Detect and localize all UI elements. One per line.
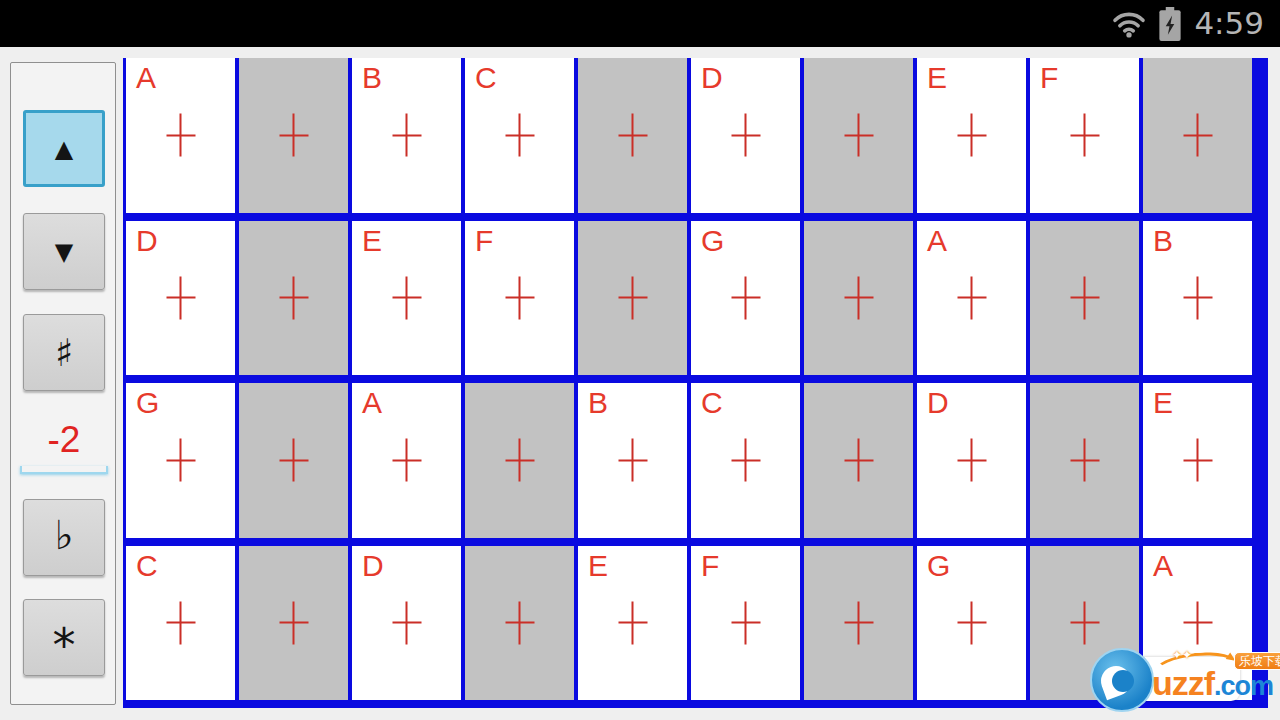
transpose-value: -2 xyxy=(19,418,109,462)
status-bar: 4:59 xyxy=(0,0,1280,47)
board-cell-r1c3-B[interactable]: B xyxy=(352,58,461,213)
board-cell-r3c3-A[interactable]: A xyxy=(352,383,461,538)
crosshair-marker xyxy=(1183,276,1212,319)
crosshair-marker xyxy=(731,114,760,157)
board-cell-r2c5-Fs[interactable] xyxy=(578,221,687,376)
note-label: A xyxy=(136,62,156,94)
crosshair-marker xyxy=(505,114,534,157)
board-cell-r3c4-As[interactable] xyxy=(465,383,574,538)
board-cell-r2c9-As[interactable] xyxy=(1030,221,1139,376)
watermark-badge: 乐坡下载 xyxy=(1234,652,1280,670)
board-cell-r2c2-Ds[interactable] xyxy=(239,221,348,376)
board-cell-r3c5-B[interactable]: B xyxy=(578,383,687,538)
asterisk-icon: * xyxy=(53,618,76,672)
board-cell-r4c5-E[interactable]: E xyxy=(578,546,687,701)
flat-button[interactable]: ♭ xyxy=(23,499,105,576)
board-cell-r1c8-E[interactable]: E xyxy=(917,58,1026,213)
crosshair-marker xyxy=(279,114,308,157)
crosshair-marker xyxy=(1183,601,1212,644)
board-cell-r2c10-B[interactable]: B xyxy=(1143,221,1252,376)
note-label: E xyxy=(362,225,382,257)
crosshair-marker xyxy=(731,601,760,644)
note-label: G xyxy=(927,550,950,582)
crosshair-marker xyxy=(166,601,195,644)
crosshair-marker xyxy=(505,276,534,319)
crosshair-marker xyxy=(505,439,534,482)
board-cell-r4c1-C[interactable]: C xyxy=(126,546,235,701)
crosshair-marker xyxy=(844,439,873,482)
board-cell-r2c1-D[interactable]: D xyxy=(126,221,235,376)
crosshair-marker xyxy=(844,601,873,644)
crosshair-marker xyxy=(731,439,760,482)
watermark-domain-suffix: .com xyxy=(1214,671,1273,701)
crosshair-marker xyxy=(279,601,308,644)
board-cell-r3c6-C[interactable]: C xyxy=(691,383,800,538)
note-label: G xyxy=(701,225,724,257)
note-label: E xyxy=(927,62,947,94)
board-cell-r3c1-G[interactable]: G xyxy=(126,383,235,538)
note-label: F xyxy=(1040,62,1058,94)
board-cell-r4c6-F[interactable]: F xyxy=(691,546,800,701)
crosshair-marker xyxy=(1070,114,1099,157)
board: ABCDEFDEFGABGABCDECDEFGA xyxy=(123,58,1268,708)
transpose-value-field[interactable]: -2 xyxy=(19,418,109,474)
edittext-underline xyxy=(20,466,108,474)
board-cell-r1c4-C[interactable]: C xyxy=(465,58,574,213)
board-cell-r3c7-Cs[interactable] xyxy=(804,383,913,538)
board-cell-r1c6-D[interactable]: D xyxy=(691,58,800,213)
board-cell-r1c2-As[interactable] xyxy=(239,58,348,213)
board-cell-r2c4-F[interactable]: F xyxy=(465,221,574,376)
board-cell-r1c1-A[interactable]: A xyxy=(126,58,235,213)
board-cell-r2c8-A[interactable]: A xyxy=(917,221,1026,376)
crosshair-marker xyxy=(731,276,760,319)
note-label: E xyxy=(1153,387,1173,419)
board-cell-r1c5-Cs[interactable] xyxy=(578,58,687,213)
crosshair-marker xyxy=(618,276,647,319)
note-label: C xyxy=(701,387,723,419)
down-arrow-icon: ▼ xyxy=(55,238,73,266)
crosshair-marker xyxy=(392,601,421,644)
crosshair-marker xyxy=(957,114,986,157)
note-label: A xyxy=(1153,550,1173,582)
note-label: D xyxy=(701,62,723,94)
crosshair-marker xyxy=(279,276,308,319)
crosshair-marker xyxy=(844,276,873,319)
board-cell-r3c2-Gs[interactable] xyxy=(239,383,348,538)
board-cell-r3c10-E[interactable]: E xyxy=(1143,383,1252,538)
crosshair-marker xyxy=(618,114,647,157)
note-label: B xyxy=(362,62,382,94)
board-cell-r4c8-G[interactable]: G xyxy=(917,546,1026,701)
board-cell-r4c7-Fs[interactable] xyxy=(804,546,913,701)
note-label: D xyxy=(927,387,949,419)
note-label: F xyxy=(701,550,719,582)
crosshair-marker xyxy=(1183,439,1212,482)
note-label: C xyxy=(475,62,497,94)
crosshair-marker xyxy=(392,114,421,157)
crosshair-marker xyxy=(392,276,421,319)
crosshair-marker xyxy=(1070,439,1099,482)
crosshair-marker xyxy=(392,439,421,482)
flat-icon: ♭ xyxy=(55,512,74,558)
board-cell-r4c3-D[interactable]: D xyxy=(352,546,461,701)
crosshair-marker xyxy=(1070,601,1099,644)
crosshair-marker xyxy=(1183,114,1212,157)
crosshair-marker xyxy=(166,114,195,157)
board-cell-r2c7-Gs[interactable] xyxy=(804,221,913,376)
uzzf-watermark: uzzf.com ✦✦ 乐坡下载 xyxy=(1094,652,1280,708)
crosshair-marker xyxy=(844,114,873,157)
crosshair-marker xyxy=(279,439,308,482)
sparkle-icon: ✦✦ xyxy=(1172,648,1192,662)
uzzf-logo-icon xyxy=(1090,648,1154,712)
crosshair-marker xyxy=(957,439,986,482)
board-cell-r4c4-Ds[interactable] xyxy=(465,546,574,701)
crosshair-marker xyxy=(1070,276,1099,319)
note-label: B xyxy=(1153,225,1173,257)
note-label: D xyxy=(136,225,158,257)
board-cell-r1c10-Fs[interactable] xyxy=(1143,58,1252,213)
note-label: A xyxy=(927,225,947,257)
board-cell-r2c6-G[interactable]: G xyxy=(691,221,800,376)
board-cell-r3c9-Ds[interactable] xyxy=(1030,383,1139,538)
battery-charging-icon xyxy=(1158,7,1182,41)
watermark-site-name: uzzf xyxy=(1152,664,1214,702)
crosshair-marker xyxy=(166,276,195,319)
crosshair-marker xyxy=(618,439,647,482)
sharp-button[interactable]: ♯ xyxy=(23,314,105,391)
note-label: C xyxy=(136,550,158,582)
note-label: D xyxy=(362,550,384,582)
crosshair-marker xyxy=(957,601,986,644)
up-arrow-icon: ▲ xyxy=(55,135,73,163)
crosshair-marker xyxy=(505,601,534,644)
octave-down-button[interactable]: ▼ xyxy=(23,213,105,290)
wifi-icon xyxy=(1112,10,1146,38)
crosshair-marker xyxy=(618,601,647,644)
board-cell-r3c8-D[interactable]: D xyxy=(917,383,1026,538)
note-label: B xyxy=(588,387,608,419)
board-cell-r4c2-Cs[interactable] xyxy=(239,546,348,701)
board-cell-r2c3-E[interactable]: E xyxy=(352,221,461,376)
crosshair-marker xyxy=(166,439,195,482)
crosshair-marker xyxy=(957,276,986,319)
note-label: A xyxy=(362,387,382,419)
sharp-icon: ♯ xyxy=(55,331,73,375)
board-cell-r1c9-F[interactable]: F xyxy=(1030,58,1139,213)
clock: 4:59 xyxy=(1194,0,1264,47)
note-label: G xyxy=(136,387,159,419)
control-panel: ▲ ▼ ♯ -2 ♭ * xyxy=(10,62,116,705)
octave-up-button[interactable]: ▲ xyxy=(23,110,105,187)
note-label: F xyxy=(475,225,493,257)
asterisk-button[interactable]: * xyxy=(23,599,105,676)
board-cell-r1c7-Ds[interactable] xyxy=(804,58,913,213)
note-label: E xyxy=(588,550,608,582)
